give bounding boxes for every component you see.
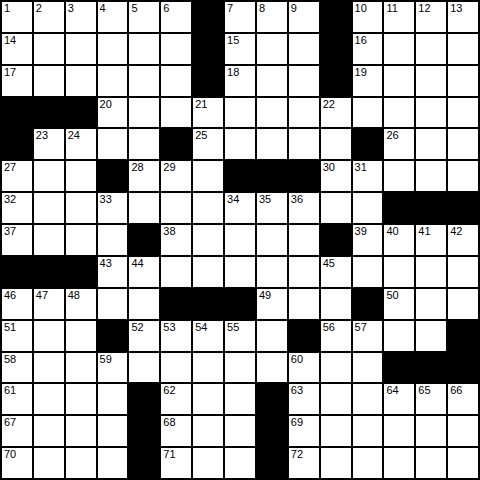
clue-number: 71: [163, 449, 175, 460]
cell-r8c12[interactable]: 39: [353, 225, 383, 255]
clue-number: 50: [386, 290, 398, 301]
cell-r8c8[interactable]: [225, 225, 255, 255]
cell-r15c7[interactable]: [193, 448, 223, 478]
cell-r6c13[interactable]: [384, 161, 414, 191]
clue-number: 25: [195, 130, 207, 141]
cell-r6c6[interactable]: 29: [161, 161, 191, 191]
cell-r11c8[interactable]: 55: [225, 321, 255, 351]
cell-r7c8[interactable]: 34: [225, 193, 255, 223]
clue-number: 36: [291, 194, 303, 205]
clue-number: 4: [100, 3, 106, 14]
clue-number: 33: [100, 194, 112, 205]
cell-r8c7[interactable]: [193, 225, 223, 255]
cell-r14c2[interactable]: [34, 416, 64, 446]
cell-r9c12[interactable]: [353, 257, 383, 287]
cell-r5c2[interactable]: 23: [34, 129, 64, 159]
block-r3c11: [321, 66, 351, 96]
block-r5c1: [2, 129, 32, 159]
cell-r9c8[interactable]: [225, 257, 255, 287]
cell-r8c15[interactable]: 42: [448, 225, 478, 255]
block-r2c7: [193, 34, 223, 64]
block-r4c3: [66, 98, 96, 128]
cell-r4c5[interactable]: [129, 98, 159, 128]
cell-r1c6[interactable]: 6: [161, 2, 191, 32]
clue-number: 7: [227, 3, 233, 14]
cell-r10c3[interactable]: 48: [66, 289, 96, 319]
cell-r12c12[interactable]: [353, 353, 383, 383]
clue-number: 3: [68, 3, 74, 14]
cell-r2c10[interactable]: [289, 34, 319, 64]
clue-number: 52: [131, 322, 143, 333]
cell-r4c8[interactable]: [225, 98, 255, 128]
clue-number: 49: [259, 290, 271, 301]
cell-r11c7[interactable]: 54: [193, 321, 223, 351]
crossword-board: 1234567891011121314151617181920212223242…: [0, 0, 480, 480]
cell-r4c10[interactable]: [289, 98, 319, 128]
cell-r13c10[interactable]: 63: [289, 384, 319, 414]
cell-r3c8[interactable]: 18: [225, 66, 255, 96]
cell-r9c4[interactable]: 43: [98, 257, 128, 287]
cell-r12c2[interactable]: [34, 353, 64, 383]
clue-number: 69: [291, 417, 303, 428]
clue-number: 59: [100, 354, 112, 365]
cell-r9c13[interactable]: [384, 257, 414, 287]
block-r9c2: [34, 257, 64, 287]
clue-number: 57: [355, 322, 367, 333]
cell-r8c14[interactable]: 41: [416, 225, 446, 255]
cell-r6c12[interactable]: 31: [353, 161, 383, 191]
cell-r7c7[interactable]: [193, 193, 223, 223]
cell-r3c1[interactable]: 17: [2, 66, 32, 96]
cell-r8c4[interactable]: [98, 225, 128, 255]
cell-r14c13[interactable]: [384, 416, 414, 446]
cell-r7c1[interactable]: 32: [2, 193, 32, 223]
clue-number: 34: [227, 194, 239, 205]
cell-r6c7[interactable]: [193, 161, 223, 191]
clue-number: 60: [291, 354, 303, 365]
cell-r12c7[interactable]: [193, 353, 223, 383]
clue-number: 51: [4, 322, 16, 333]
cell-r12c1[interactable]: 58: [2, 353, 32, 383]
cell-r8c6[interactable]: 38: [161, 225, 191, 255]
cell-r4c11[interactable]: 22: [321, 98, 351, 128]
cell-r4c4[interactable]: 20: [98, 98, 128, 128]
cell-r4c7[interactable]: 21: [193, 98, 223, 128]
cell-r5c13[interactable]: 26: [384, 129, 414, 159]
clue-number: 39: [355, 226, 367, 237]
cell-r14c12[interactable]: [353, 416, 383, 446]
clue-number: 67: [4, 417, 16, 428]
block-r10c8: [225, 289, 255, 319]
cell-r13c3[interactable]: [66, 384, 96, 414]
clue-number: 31: [355, 162, 367, 173]
cell-r7c9[interactable]: 35: [257, 193, 287, 223]
block-r5c6: [161, 129, 191, 159]
cell-r14c10[interactable]: 69: [289, 416, 319, 446]
block-r13c9: [257, 384, 287, 414]
cell-r13c6[interactable]: 62: [161, 384, 191, 414]
cell-r7c3[interactable]: [66, 193, 96, 223]
clue-number: 45: [323, 258, 335, 269]
cell-r2c2[interactable]: [34, 34, 64, 64]
cell-r14c11[interactable]: [321, 416, 351, 446]
cell-r2c1[interactable]: 14: [2, 34, 32, 64]
clue-number: 53: [163, 322, 175, 333]
block-r10c7: [193, 289, 223, 319]
clue-number: 15: [227, 35, 239, 46]
block-r1c11: [321, 2, 351, 32]
cell-r1c12[interactable]: 10: [353, 2, 383, 32]
cell-r14c6[interactable]: 68: [161, 416, 191, 446]
clue-number: 38: [163, 226, 175, 237]
cell-r5c7[interactable]: 25: [193, 129, 223, 159]
cell-r5c5[interactable]: [129, 129, 159, 159]
cell-r2c12[interactable]: 16: [353, 34, 383, 64]
cell-r1c3[interactable]: 3: [66, 2, 96, 32]
cell-r10c14[interactable]: [416, 289, 446, 319]
cell-r11c5[interactable]: 52: [129, 321, 159, 351]
cell-r7c4[interactable]: 33: [98, 193, 128, 223]
clue-number: 56: [323, 322, 335, 333]
cell-r5c15[interactable]: [448, 129, 478, 159]
cell-r3c6[interactable]: [161, 66, 191, 96]
clue-number: 30: [323, 162, 335, 173]
cell-r9c15[interactable]: [448, 257, 478, 287]
cell-r15c11[interactable]: [321, 448, 351, 478]
cell-r8c9[interactable]: [257, 225, 287, 255]
cell-r6c2[interactable]: [34, 161, 64, 191]
clue-number: 21: [195, 99, 207, 110]
cell-r12c11[interactable]: [321, 353, 351, 383]
cell-r2c4[interactable]: [98, 34, 128, 64]
block-r6c9: [257, 161, 287, 191]
cell-r4c14[interactable]: [416, 98, 446, 128]
cell-r14c1[interactable]: 67: [2, 416, 32, 446]
cell-r1c4[interactable]: 4: [98, 2, 128, 32]
cell-r8c10[interactable]: [289, 225, 319, 255]
block-r4c2: [34, 98, 64, 128]
clue-number: 29: [163, 162, 175, 173]
cell-r7c5[interactable]: [129, 193, 159, 223]
block-r5c12: [353, 129, 383, 159]
clue-number: 8: [259, 3, 265, 14]
cell-r1c14[interactable]: 12: [416, 2, 446, 32]
cell-r13c2[interactable]: [34, 384, 64, 414]
cell-r2c3[interactable]: [66, 34, 96, 64]
cell-r12c4[interactable]: 59: [98, 353, 128, 383]
cell-r1c1[interactable]: 1: [2, 2, 32, 32]
cell-r11c6[interactable]: 53: [161, 321, 191, 351]
block-r9c1: [2, 257, 32, 287]
cell-r12c6[interactable]: [161, 353, 191, 383]
cell-r9c7[interactable]: [193, 257, 223, 287]
block-r8c11: [321, 225, 351, 255]
cell-r2c5[interactable]: [129, 34, 159, 64]
clue-number: 66: [450, 385, 462, 396]
block-r13c5: [129, 384, 159, 414]
cell-r11c3[interactable]: [66, 321, 96, 351]
clue-number: 44: [131, 258, 143, 269]
cell-r15c6[interactable]: 71: [161, 448, 191, 478]
block-r1c7: [193, 2, 223, 32]
block-r3c7: [193, 66, 223, 96]
cell-r12c9[interactable]: [257, 353, 287, 383]
clue-number: 42: [450, 226, 462, 237]
cell-r1c2[interactable]: 2: [34, 2, 64, 32]
clue-number: 13: [450, 3, 462, 14]
clue-number: 12: [418, 3, 430, 14]
cell-r1c10[interactable]: 9: [289, 2, 319, 32]
cell-r15c15[interactable]: [448, 448, 478, 478]
cell-r8c2[interactable]: [34, 225, 64, 255]
cell-r2c15[interactable]: [448, 34, 478, 64]
cell-r14c14[interactable]: [416, 416, 446, 446]
cell-r1c5[interactable]: 5: [129, 2, 159, 32]
block-r7c13: [384, 193, 414, 223]
clue-number: 9: [291, 3, 297, 14]
cell-r1c15[interactable]: 13: [448, 2, 478, 32]
block-r11c10: [289, 321, 319, 351]
cell-r5c9[interactable]: [257, 129, 287, 159]
cell-r9c6[interactable]: [161, 257, 191, 287]
cell-r1c9[interactable]: 8: [257, 2, 287, 32]
cell-r3c14[interactable]: [416, 66, 446, 96]
clue-number: 55: [227, 322, 239, 333]
cell-r13c14[interactable]: 65: [416, 384, 446, 414]
cell-r7c6[interactable]: [161, 193, 191, 223]
cell-r10c11[interactable]: [321, 289, 351, 319]
cell-r13c15[interactable]: 66: [448, 384, 478, 414]
clue-number: 1: [4, 3, 10, 14]
clue-number: 63: [291, 385, 303, 396]
clue-number: 10: [355, 3, 367, 14]
block-r7c14: [416, 193, 446, 223]
cell-r3c13[interactable]: [384, 66, 414, 96]
cell-r14c7[interactable]: [193, 416, 223, 446]
cell-r12c8[interactable]: [225, 353, 255, 383]
block-r14c9: [257, 416, 287, 446]
cell-r2c6[interactable]: [161, 34, 191, 64]
cell-r10c15[interactable]: [448, 289, 478, 319]
clue-number: 2: [36, 3, 42, 14]
cell-r3c9[interactable]: [257, 66, 287, 96]
cell-r10c13[interactable]: 50: [384, 289, 414, 319]
cell-r13c1[interactable]: 61: [2, 384, 32, 414]
cell-r9c11[interactable]: 45: [321, 257, 351, 287]
clue-number: 32: [4, 194, 16, 205]
block-r6c10: [289, 161, 319, 191]
cell-r13c11[interactable]: [321, 384, 351, 414]
cell-r14c15[interactable]: [448, 416, 478, 446]
cell-r4c12[interactable]: [353, 98, 383, 128]
clue-number: 16: [355, 35, 367, 46]
cell-r3c15[interactable]: [448, 66, 478, 96]
cell-r11c9[interactable]: [257, 321, 287, 351]
cell-r10c1[interactable]: 46: [2, 289, 32, 319]
block-r4c1: [2, 98, 32, 128]
cell-r11c12[interactable]: 57: [353, 321, 383, 351]
cell-r12c5[interactable]: [129, 353, 159, 383]
cell-r10c5[interactable]: [129, 289, 159, 319]
cell-r13c13[interactable]: 64: [384, 384, 414, 414]
cell-r6c3[interactable]: [66, 161, 96, 191]
cell-r9c5[interactable]: 44: [129, 257, 159, 287]
cell-r14c8[interactable]: [225, 416, 255, 446]
cell-r14c4[interactable]: [98, 416, 128, 446]
clue-number: 48: [68, 290, 80, 301]
cell-r13c4[interactable]: [98, 384, 128, 414]
clue-number: 14: [4, 35, 16, 46]
cell-r15c3[interactable]: [66, 448, 96, 478]
cell-r6c1[interactable]: 27: [2, 161, 32, 191]
cell-r5c8[interactable]: [225, 129, 255, 159]
cell-r3c10[interactable]: [289, 66, 319, 96]
cell-r7c10[interactable]: 36: [289, 193, 319, 223]
cell-r3c5[interactable]: [129, 66, 159, 96]
cell-r3c4[interactable]: [98, 66, 128, 96]
cell-r8c1[interactable]: 37: [2, 225, 32, 255]
clue-number: 70: [4, 449, 16, 460]
clue-number: 54: [195, 322, 207, 333]
clue-number: 19: [355, 67, 367, 78]
cell-r5c10[interactable]: [289, 129, 319, 159]
cell-r12c3[interactable]: [66, 353, 96, 383]
block-r6c8: [225, 161, 255, 191]
block-r12c14: [416, 353, 446, 383]
block-r10c6: [161, 289, 191, 319]
cell-r5c3[interactable]: 24: [66, 129, 96, 159]
cell-r8c3[interactable]: [66, 225, 96, 255]
cell-r9c14[interactable]: [416, 257, 446, 287]
cell-r6c5[interactable]: 28: [129, 161, 159, 191]
clue-number: 6: [163, 3, 169, 14]
block-r11c4: [98, 321, 128, 351]
cell-r13c12[interactable]: [353, 384, 383, 414]
cell-r10c2[interactable]: 47: [34, 289, 64, 319]
clue-number: 37: [4, 226, 16, 237]
cell-r4c6[interactable]: [161, 98, 191, 128]
cell-r11c13[interactable]: [384, 321, 414, 351]
cell-r3c12[interactable]: 19: [353, 66, 383, 96]
clue-number: 43: [100, 258, 112, 269]
cell-r15c12[interactable]: [353, 448, 383, 478]
block-r7c15: [448, 193, 478, 223]
clue-number: 24: [68, 130, 80, 141]
cell-r2c14[interactable]: [416, 34, 446, 64]
block-r15c5: [129, 448, 159, 478]
cell-r7c11[interactable]: [321, 193, 351, 223]
cell-r6c15[interactable]: [448, 161, 478, 191]
cell-r15c8[interactable]: [225, 448, 255, 478]
clue-number: 40: [386, 226, 398, 237]
cell-r13c8[interactable]: [225, 384, 255, 414]
cell-r15c14[interactable]: [416, 448, 446, 478]
block-r11c15: [448, 321, 478, 351]
cell-r15c10[interactable]: 72: [289, 448, 319, 478]
cell-r3c3[interactable]: [66, 66, 96, 96]
cell-r11c1[interactable]: 51: [2, 321, 32, 351]
cell-r5c4[interactable]: [98, 129, 128, 159]
cell-r4c13[interactable]: [384, 98, 414, 128]
clue-number: 28: [131, 162, 143, 173]
cell-r6c14[interactable]: [416, 161, 446, 191]
clue-number: 65: [418, 385, 430, 396]
cell-r3c2[interactable]: [34, 66, 64, 96]
cell-r15c13[interactable]: [384, 448, 414, 478]
cell-r9c9[interactable]: [257, 257, 287, 287]
clue-number: 72: [291, 449, 303, 460]
clue-number: 47: [36, 290, 48, 301]
clue-number: 5: [131, 3, 137, 14]
cell-r4c15[interactable]: [448, 98, 478, 128]
cell-r2c9[interactable]: [257, 34, 287, 64]
clue-number: 64: [386, 385, 398, 396]
cell-r12c10[interactable]: 60: [289, 353, 319, 383]
block-r12c13: [384, 353, 414, 383]
cell-r1c13[interactable]: 11: [384, 2, 414, 32]
cell-r15c2[interactable]: [34, 448, 64, 478]
cell-r2c13[interactable]: [384, 34, 414, 64]
block-r6c4: [98, 161, 128, 191]
cell-r15c1[interactable]: 70: [2, 448, 32, 478]
clue-number: 22: [323, 99, 335, 110]
clue-number: 26: [386, 130, 398, 141]
block-r2c11: [321, 34, 351, 64]
cell-r9c10[interactable]: [289, 257, 319, 287]
cell-r2c8[interactable]: 15: [225, 34, 255, 64]
cell-r11c11[interactable]: 56: [321, 321, 351, 351]
cell-r14c3[interactable]: [66, 416, 96, 446]
block-r9c3: [66, 257, 96, 287]
cell-r8c13[interactable]: 40: [384, 225, 414, 255]
cell-r13c7[interactable]: [193, 384, 223, 414]
cell-r11c2[interactable]: [34, 321, 64, 351]
clue-number: 62: [163, 385, 175, 396]
cell-r1c8[interactable]: 7: [225, 2, 255, 32]
block-r15c9: [257, 448, 287, 478]
clue-number: 61: [4, 385, 16, 396]
clue-number: 68: [163, 417, 175, 428]
clue-number: 17: [4, 67, 16, 78]
cell-r6c11[interactable]: 30: [321, 161, 351, 191]
cell-r4c9[interactable]: [257, 98, 287, 128]
clue-number: 35: [259, 194, 271, 205]
clue-number: 27: [4, 162, 16, 173]
cell-r5c11[interactable]: [321, 129, 351, 159]
cell-r10c9[interactable]: 49: [257, 289, 287, 319]
clue-number: 20: [100, 99, 112, 110]
clue-number: 46: [4, 290, 16, 301]
block-r8c5: [129, 225, 159, 255]
block-r14c5: [129, 416, 159, 446]
cell-r10c4[interactable]: [98, 289, 128, 319]
clue-number: 23: [36, 130, 48, 141]
clue-number: 11: [386, 3, 397, 14]
cell-r15c4[interactable]: [98, 448, 128, 478]
cell-r10c10[interactable]: [289, 289, 319, 319]
cell-r7c12[interactable]: [353, 193, 383, 223]
clue-number: 18: [227, 67, 239, 78]
cell-r11c14[interactable]: [416, 321, 446, 351]
clue-number: 41: [418, 226, 430, 237]
clue-number: 58: [4, 354, 16, 365]
cell-r7c2[interactable]: [34, 193, 64, 223]
block-r10c12: [353, 289, 383, 319]
block-r12c15: [448, 353, 478, 383]
cell-r5c14[interactable]: [416, 129, 446, 159]
